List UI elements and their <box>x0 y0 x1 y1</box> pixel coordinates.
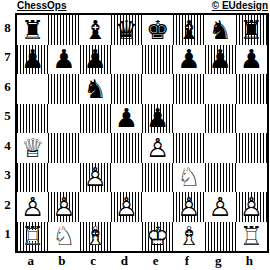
square-f2[interactable]: ♟♙ <box>173 192 204 222</box>
black-pawn-icon: ♟ <box>208 46 231 72</box>
white-piece-outline: ♕ <box>21 135 44 161</box>
white-pawn-icon: ♟♙ <box>83 164 106 190</box>
rank-label-3: 3 <box>0 161 15 191</box>
rank-label-6: 6 <box>0 72 15 102</box>
black-bishop-icon: ♝ <box>177 17 200 43</box>
square-h3[interactable] <box>236 163 267 193</box>
square-a4[interactable]: ♛♕ <box>17 133 48 163</box>
square-d2[interactable]: ♟♙ <box>111 192 142 222</box>
file-label-b: b <box>46 253 77 268</box>
square-g4[interactable] <box>205 133 236 163</box>
square-a2[interactable]: ♟♙ <box>17 192 48 222</box>
square-e2[interactable] <box>142 192 173 222</box>
square-a8[interactable]: ♜ <box>17 15 48 45</box>
file-label-h: h <box>234 253 265 268</box>
white-pawn-icon: ♟♙ <box>177 194 200 220</box>
white-piece-outline: ♘ <box>177 164 200 190</box>
white-knight-icon: ♞♘ <box>52 223 75 249</box>
black-pawn-icon: ♟ <box>240 46 263 72</box>
white-piece-outline: ♙ <box>21 194 44 220</box>
square-e6[interactable] <box>142 74 173 104</box>
file-label-c: c <box>78 253 109 268</box>
square-d4[interactable] <box>111 133 142 163</box>
white-piece-outline: ♔ <box>146 223 169 249</box>
square-d7[interactable] <box>111 45 142 75</box>
square-g1[interactable] <box>205 222 236 252</box>
white-pawn-icon: ♟♙ <box>115 194 138 220</box>
file-labels: abcdefgh <box>15 253 265 268</box>
file-label-g: g <box>203 253 234 268</box>
white-knight-icon: ♞♘ <box>177 164 200 190</box>
white-pawn-icon: ♟♙ <box>21 194 44 220</box>
white-piece-outline: ♙ <box>115 194 138 220</box>
black-pawn-icon: ♟ <box>83 46 106 72</box>
square-c5[interactable] <box>80 104 111 134</box>
rank-label-5: 5 <box>0 102 15 132</box>
black-rook-icon: ♜ <box>21 17 44 43</box>
square-e1[interactable]: ♚♔ <box>142 222 173 252</box>
white-piece-outline: ♙ <box>240 194 263 220</box>
white-pawn-icon: ♟♙ <box>240 194 263 220</box>
square-g7[interactable]: ♟ <box>205 45 236 75</box>
square-d8[interactable]: ♛ <box>111 15 142 45</box>
rank-label-7: 7 <box>0 43 15 73</box>
square-c1[interactable]: ♝♗ <box>80 222 111 252</box>
square-c6[interactable]: ♞ <box>80 74 111 104</box>
white-pawn-icon: ♟♙ <box>52 194 75 220</box>
rank-label-8: 8 <box>0 13 15 43</box>
square-b2[interactable]: ♟♙ <box>48 192 79 222</box>
file-label-d: d <box>109 253 140 268</box>
square-f7[interactable]: ♟ <box>173 45 204 75</box>
square-h8[interactable]: ♜ <box>236 15 267 45</box>
square-c8[interactable]: ♝ <box>80 15 111 45</box>
square-g3[interactable] <box>205 163 236 193</box>
white-queen-icon: ♛♕ <box>21 135 44 161</box>
square-f1[interactable]: ♝♗ <box>173 222 204 252</box>
square-a7[interactable]: ♟ <box>17 45 48 75</box>
square-b4[interactable] <box>48 133 79 163</box>
square-d1[interactable] <box>111 222 142 252</box>
white-piece-outline: ♙ <box>52 194 75 220</box>
square-h4[interactable] <box>236 133 267 163</box>
square-c2[interactable] <box>80 192 111 222</box>
square-b1[interactable]: ♞♘ <box>48 222 79 252</box>
square-h1[interactable]: ♜♖ <box>236 222 267 252</box>
white-rook-icon: ♜♖ <box>21 223 44 249</box>
white-bishop-icon: ♝♗ <box>83 223 106 249</box>
chess-board: ♜♝♛♚♝♞♜♟♟♟♟♟♟♞♟♟♛♕♟♙♟♙♞♘♟♙♟♙♟♙♟♙♟♙♟♙♜♖♞♘… <box>15 13 269 253</box>
square-e4[interactable]: ♟♙ <box>142 133 173 163</box>
white-bishop-icon: ♝♗ <box>177 223 200 249</box>
black-pawn-icon: ♟ <box>115 105 138 131</box>
white-piece-outline: ♗ <box>177 223 200 249</box>
rank-labels: 87654321 <box>0 13 15 249</box>
white-piece-outline: ♙ <box>83 164 106 190</box>
square-b6[interactable] <box>48 74 79 104</box>
square-e8[interactable]: ♚ <box>142 15 173 45</box>
square-f6[interactable] <box>173 74 204 104</box>
rank-label-2: 2 <box>0 190 15 220</box>
copyright-credit: © EUdesign <box>212 0 268 11</box>
file-label-e: e <box>140 253 171 268</box>
square-f4[interactable] <box>173 133 204 163</box>
white-pawn-icon: ♟♙ <box>146 135 169 161</box>
square-d6[interactable] <box>111 74 142 104</box>
square-d3[interactable] <box>111 163 142 193</box>
square-e3[interactable] <box>142 163 173 193</box>
square-f8[interactable]: ♝ <box>173 15 204 45</box>
square-e5[interactable]: ♟ <box>142 104 173 134</box>
square-c4[interactable] <box>80 133 111 163</box>
square-h6[interactable] <box>236 74 267 104</box>
file-label-f: f <box>171 253 202 268</box>
square-b3[interactable] <box>48 163 79 193</box>
file-label-a: a <box>15 253 46 268</box>
square-g2[interactable]: ♟♙ <box>205 192 236 222</box>
square-f5[interactable] <box>173 104 204 134</box>
black-knight-icon: ♞ <box>208 17 231 43</box>
square-b8[interactable] <box>48 15 79 45</box>
square-h2[interactable]: ♟♙ <box>236 192 267 222</box>
square-e7[interactable] <box>142 45 173 75</box>
square-b7[interactable]: ♟ <box>48 45 79 75</box>
white-piece-outline: ♙ <box>208 194 231 220</box>
white-king-icon: ♚♔ <box>146 223 169 249</box>
white-rook-icon: ♜♖ <box>240 223 263 249</box>
white-piece-outline: ♖ <box>21 223 44 249</box>
square-g5[interactable] <box>205 104 236 134</box>
square-g8[interactable]: ♞ <box>205 15 236 45</box>
square-f3[interactable]: ♞♘ <box>173 163 204 193</box>
square-g6[interactable] <box>205 74 236 104</box>
black-king-icon: ♚ <box>146 17 169 43</box>
white-piece-outline: ♙ <box>146 135 169 161</box>
square-c7[interactable]: ♟ <box>80 45 111 75</box>
square-c3[interactable]: ♟♙ <box>80 163 111 193</box>
black-pawn-icon: ♟ <box>52 46 75 72</box>
rank-label-1: 1 <box>0 220 15 250</box>
rank-label-4: 4 <box>0 131 15 161</box>
titlebar: ChessOps © EUdesign <box>0 0 270 13</box>
white-piece-outline: ♗ <box>83 223 106 249</box>
square-a5[interactable] <box>17 104 48 134</box>
black-pawn-icon: ♟ <box>177 46 200 72</box>
black-pawn-icon: ♟ <box>21 46 44 72</box>
square-a1[interactable]: ♜♖ <box>17 222 48 252</box>
black-pawn-icon: ♟ <box>146 105 169 131</box>
white-piece-outline: ♘ <box>52 223 75 249</box>
black-bishop-icon: ♝ <box>83 17 106 43</box>
white-piece-outline: ♙ <box>177 194 200 220</box>
white-pawn-icon: ♟♙ <box>208 194 231 220</box>
square-h7[interactable]: ♟ <box>236 45 267 75</box>
square-d5[interactable]: ♟ <box>111 104 142 134</box>
black-rook-icon: ♜ <box>240 17 263 43</box>
black-knight-icon: ♞ <box>83 76 106 102</box>
white-piece-outline: ♖ <box>240 223 263 249</box>
app-title: ChessOps <box>17 0 66 11</box>
square-b5[interactable] <box>48 104 79 134</box>
square-a3[interactable] <box>17 163 48 193</box>
square-a6[interactable] <box>17 74 48 104</box>
square-h5[interactable] <box>236 104 267 134</box>
black-queen-icon: ♛ <box>115 17 138 43</box>
